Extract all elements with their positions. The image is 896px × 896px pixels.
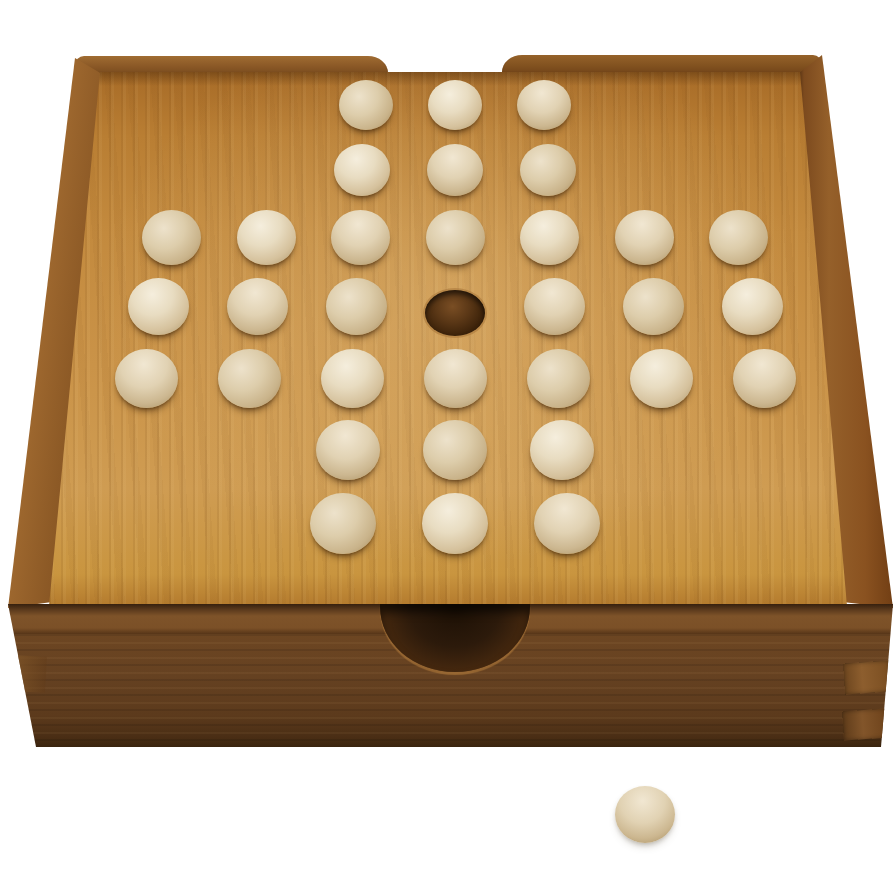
peg-ball[interactable] — [709, 210, 768, 265]
peg-ball[interactable] — [534, 493, 600, 554]
peg-ball[interactable] — [142, 210, 201, 265]
peg-ball[interactable] — [623, 278, 684, 335]
peg-ball[interactable] — [733, 349, 796, 408]
peg-ball[interactable] — [423, 420, 487, 480]
peg-ball[interactable] — [427, 144, 483, 196]
peg-ball[interactable] — [520, 210, 579, 265]
peg-ball[interactable] — [520, 144, 576, 196]
peg-ball[interactable] — [630, 349, 693, 408]
peg-ball[interactable] — [227, 278, 288, 335]
peg-ball[interactable] — [326, 278, 387, 335]
peg-solitaire-scene — [0, 0, 896, 896]
peg-ball[interactable] — [527, 349, 590, 408]
peg-ball[interactable] — [310, 493, 376, 554]
peg-ball[interactable] — [237, 210, 296, 265]
peg-ball[interactable] — [530, 420, 594, 480]
peg-ball[interactable] — [524, 278, 585, 335]
peg-ball[interactable] — [331, 210, 390, 265]
pegs-layer — [0, 0, 896, 896]
peg-ball[interactable] — [115, 349, 178, 408]
peg-ball[interactable] — [321, 349, 384, 408]
peg-ball[interactable] — [426, 210, 485, 265]
peg-ball[interactable] — [334, 144, 390, 196]
peg-ball[interactable] — [316, 420, 380, 480]
peg-ball[interactable] — [722, 278, 783, 335]
peg-ball[interactable] — [428, 80, 482, 130]
peg-ball[interactable] — [339, 80, 393, 130]
peg-ball[interactable] — [517, 80, 571, 130]
removed-peg-ball[interactable] — [615, 786, 675, 843]
empty-center-hole[interactable] — [425, 290, 485, 336]
peg-ball[interactable] — [218, 349, 281, 408]
peg-ball[interactable] — [424, 349, 487, 408]
peg-ball[interactable] — [422, 493, 488, 554]
peg-ball[interactable] — [615, 210, 674, 265]
peg-ball[interactable] — [128, 278, 189, 335]
